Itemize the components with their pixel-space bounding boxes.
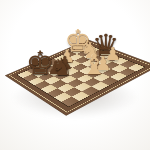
product-photo: ♚♛♞♟♟♟♟♟♚♝♞ [0,0,150,150]
